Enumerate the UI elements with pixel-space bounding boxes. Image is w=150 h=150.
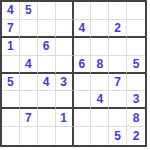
given-digit: 7 [7, 22, 14, 34]
given-digit: 4 [96, 93, 103, 105]
cell-r6c5[interactable] [74, 91, 92, 109]
cell-r3c4[interactable] [56, 38, 74, 56]
cell-r8c6[interactable] [91, 127, 109, 145]
given-digit: 5 [133, 58, 140, 70]
cell-r8c8[interactable]: 2 [127, 127, 145, 145]
cell-r8c3[interactable] [38, 127, 56, 145]
cell-r8c5[interactable] [74, 127, 92, 145]
given-digit: 6 [43, 40, 50, 52]
given-digit: 7 [114, 76, 121, 88]
cell-r4c4[interactable] [56, 56, 74, 74]
given-digit: 4 [25, 58, 32, 70]
given-digit: 5 [114, 130, 121, 142]
given-digit: 5 [7, 76, 14, 88]
given-digit: 7 [25, 112, 32, 124]
cell-r7c3[interactable] [38, 109, 56, 127]
cell-r7c5[interactable] [74, 109, 92, 127]
cell-r5c4[interactable]: 3 [56, 74, 74, 92]
cell-r1c1[interactable]: 4 [2, 2, 20, 20]
cell-r5c7[interactable]: 7 [109, 74, 127, 92]
given-digit: 1 [60, 112, 67, 124]
cell-r5c8[interactable] [127, 74, 145, 92]
cell-r8c2[interactable] [20, 127, 38, 145]
cell-r2c7[interactable]: 2 [109, 20, 127, 38]
cell-r2c6[interactable] [91, 20, 109, 38]
given-digit: 2 [114, 22, 121, 34]
cell-r5c2[interactable] [20, 74, 38, 92]
cell-r3c8[interactable] [127, 38, 145, 56]
given-digit: 1 [7, 40, 14, 52]
cell-r7c1[interactable] [2, 109, 20, 127]
cell-r6c2[interactable] [20, 91, 38, 109]
given-digit: 2 [133, 130, 140, 142]
cell-r6c1[interactable] [2, 91, 20, 109]
given-digit: 4 [43, 76, 50, 88]
cell-r4c2[interactable]: 4 [20, 56, 38, 74]
cell-r7c6[interactable] [91, 109, 109, 127]
cell-r1c2[interactable]: 5 [20, 2, 38, 20]
cell-r1c7[interactable] [109, 2, 127, 20]
cell-r6c3[interactable] [38, 91, 56, 109]
cell-r5c5[interactable] [74, 74, 92, 92]
cell-r5c1[interactable]: 5 [2, 74, 20, 92]
cell-r6c8[interactable]: 3 [127, 91, 145, 109]
cell-r7c2[interactable]: 7 [20, 109, 38, 127]
cell-r3c5[interactable] [74, 38, 92, 56]
cell-r2c2[interactable] [20, 20, 38, 38]
cell-r2c1[interactable]: 7 [2, 20, 20, 38]
given-digit: 4 [7, 4, 14, 16]
cell-r3c3[interactable]: 6 [38, 38, 56, 56]
cell-r8c1[interactable] [2, 127, 20, 145]
given-digit: 3 [133, 93, 140, 105]
cell-r6c7[interactable] [109, 91, 127, 109]
cell-r3c6[interactable] [91, 38, 109, 56]
cell-r4c7[interactable] [109, 56, 127, 74]
cell-r4c1[interactable] [2, 56, 20, 74]
given-digit: 8 [96, 58, 103, 70]
cell-r2c5[interactable]: 4 [74, 20, 92, 38]
cell-r6c6[interactable]: 4 [91, 91, 109, 109]
cell-r7c7[interactable] [109, 109, 127, 127]
cell-r7c4[interactable]: 1 [56, 109, 74, 127]
cell-r1c8[interactable] [127, 2, 145, 20]
cell-r8c4[interactable] [56, 127, 74, 145]
cell-r3c1[interactable]: 1 [2, 38, 20, 56]
given-digit: 4 [79, 22, 86, 34]
cell-r3c7[interactable] [109, 38, 127, 56]
cell-r1c3[interactable] [38, 2, 56, 20]
cell-r6c4[interactable] [56, 91, 74, 109]
cell-r5c6[interactable] [91, 74, 109, 92]
cell-r2c4[interactable] [56, 20, 74, 38]
given-digit: 3 [60, 76, 67, 88]
cell-r8c7[interactable]: 5 [109, 127, 127, 145]
given-digit: 5 [25, 4, 32, 16]
cell-r2c3[interactable] [38, 20, 56, 38]
cell-r1c5[interactable] [74, 2, 92, 20]
cell-r4c3[interactable] [38, 56, 56, 74]
cell-r1c6[interactable] [91, 2, 109, 20]
cell-r4c8[interactable]: 5 [127, 56, 145, 74]
cell-r5c3[interactable]: 4 [38, 74, 56, 92]
cell-r2c8[interactable] [127, 20, 145, 38]
sudoku-board: 4574216468554374371852 [0, 0, 147, 147]
cell-r7c8[interactable]: 8 [127, 109, 145, 127]
given-digit: 6 [79, 58, 86, 70]
cell-r4c5[interactable]: 6 [74, 56, 92, 74]
cell-r3c2[interactable] [20, 38, 38, 56]
cell-r1c4[interactable] [56, 2, 74, 20]
cell-r4c6[interactable]: 8 [91, 56, 109, 74]
given-digit: 8 [133, 112, 140, 124]
